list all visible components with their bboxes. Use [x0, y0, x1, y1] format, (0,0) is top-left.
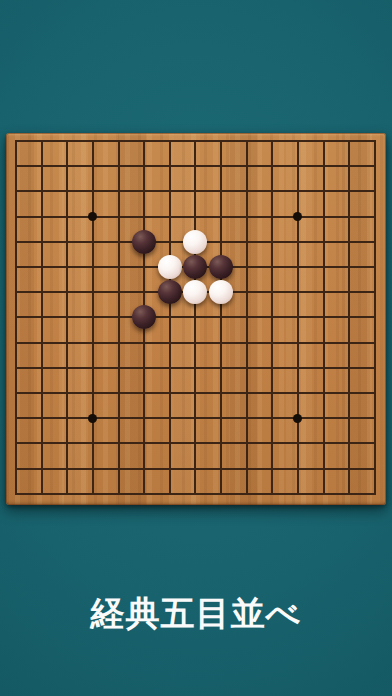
gomoku-board[interactable] [6, 133, 386, 505]
white-stone [209, 280, 233, 304]
black-stone [158, 280, 182, 304]
black-stone [132, 230, 156, 254]
black-stone [132, 305, 156, 329]
star-point [88, 212, 97, 221]
board-intersections [3, 128, 387, 506]
app-background: 経典五目並べ [0, 0, 392, 696]
star-point [293, 414, 302, 423]
white-stone [183, 230, 207, 254]
white-stone [158, 255, 182, 279]
app-title: 経典五目並べ [0, 593, 392, 633]
black-stone [183, 255, 207, 279]
star-point [293, 212, 302, 221]
white-stone [183, 280, 207, 304]
black-stone [209, 255, 233, 279]
star-point [88, 414, 97, 423]
